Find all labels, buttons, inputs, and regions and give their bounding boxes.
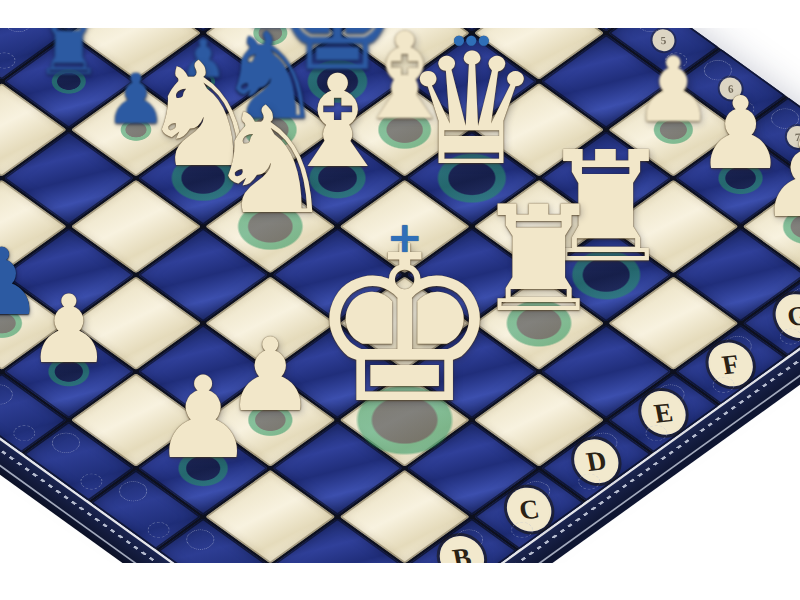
photo: 12345678HGFEDCBA♚+♛●●●♝♝♞♞♜♜♟♟♟♟♟♟♚♝♞♜♟♟…: [0, 0, 800, 600]
chess-board: 12345678HGFEDCBA♚+♛●●●♝♝♞♞♜♜♟♟♟♟♟♟♚♝♞♜♟♟…: [0, 0, 800, 600]
photo-margin-bottom: [0, 563, 800, 600]
piece-glyph: ♚+: [308, 218, 501, 433]
file-label-text-G: G: [772, 292, 800, 340]
piece-glyph: ♟: [152, 362, 253, 475]
piece-glyph: ♟: [758, 122, 800, 233]
file-label-text-F: F: [705, 340, 757, 388]
photo-margin-top: [0, 0, 800, 28]
king-cross-accent: +: [387, 216, 423, 259]
piece-glyph: ♟: [27, 283, 111, 377]
file-label-text-C: C: [503, 486, 555, 534]
queen-coronet-accent: ●●●: [453, 34, 490, 47]
file-label-text-E: E: [637, 389, 689, 437]
piece-glyph: ♛●●●: [403, 33, 541, 187]
file-label-text-D: D: [570, 437, 622, 485]
